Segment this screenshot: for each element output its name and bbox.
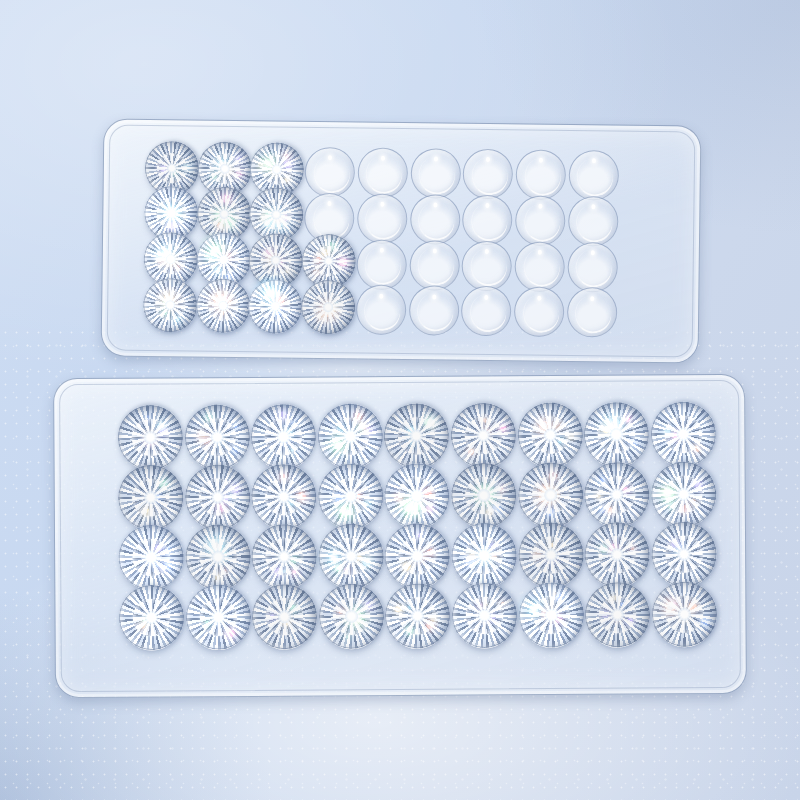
sparkle-fleck [554, 593, 562, 601]
empty-well-top-tray-r4-c8 [514, 287, 565, 338]
sparkle-fleck [364, 602, 372, 610]
sparkle-fleck [317, 313, 325, 321]
empty-well-top-tray-r1-c9 [568, 150, 619, 201]
rainbow-flash [162, 292, 175, 305]
sparkle-fleck [168, 222, 175, 229]
sparkle-fleck [693, 480, 704, 491]
rainbow-flash [475, 485, 495, 505]
sparkle-fleck [281, 215, 288, 222]
sparkle-fleck [328, 242, 337, 251]
sparkle-fleck [162, 297, 172, 307]
rainbow-flash [263, 157, 275, 169]
sparkle-fleck [600, 544, 610, 554]
sparkle-fleck [258, 161, 265, 168]
empty-well-top-tray-r2-c6 [409, 194, 460, 245]
sparkle-fleck [201, 435, 211, 445]
rainbow-flash [346, 609, 364, 627]
sparkle-fleck [671, 601, 676, 606]
sparkle-fleck [358, 425, 364, 431]
sparkle-fleck [666, 501, 675, 510]
sparkle-fleck [267, 255, 276, 264]
sparkle-fleck [227, 298, 232, 303]
sparkle-fleck [628, 618, 634, 624]
sparkle-fleck [605, 506, 614, 515]
filled-well-bottom-tray-r2-c6 [454, 468, 514, 528]
sparkle-fleck [229, 445, 238, 454]
rainbow-flash [209, 244, 220, 255]
sparkle-fleck [204, 620, 209, 625]
filled-well-bottom-tray-r3-c5 [387, 529, 447, 589]
rainbow-flash [215, 158, 227, 170]
sparkle-fleck [346, 611, 351, 616]
sparkle-fleck [220, 494, 228, 502]
sparkle-fleck [163, 561, 172, 570]
filled-well-bottom-tray-r3-c1 [121, 530, 181, 590]
sparkle-fleck [553, 614, 562, 623]
sparkle-fleck [290, 555, 300, 565]
sparkle-fleck [491, 503, 502, 514]
gem-bottom-tray-r4-c3 [242, 574, 327, 659]
filled-well-bottom-tray-r3-c8 [587, 527, 647, 587]
sparkle-fleck [427, 417, 437, 427]
sparkle-fleck [276, 167, 280, 171]
sparkle-fleck [226, 219, 234, 227]
sparkle-fleck [552, 592, 557, 597]
sparkle-fleck [270, 615, 275, 620]
sparkle-fleck [163, 547, 172, 556]
sparkle-fleck [485, 507, 495, 517]
sparkle-fleck [498, 424, 507, 433]
sparkle-fleck [548, 488, 558, 498]
filled-well-bottom-tray-r4-c5 [388, 589, 448, 649]
sparkle-fleck [409, 439, 416, 446]
sparkle-fleck [693, 445, 701, 453]
rainbow-flash [270, 212, 286, 228]
sparkle-fleck [284, 176, 291, 183]
filled-well-bottom-tray-r3-c3 [254, 530, 314, 590]
rainbow-flash [535, 487, 555, 507]
sparkle-fleck [271, 165, 280, 174]
sparkle-fleck [155, 563, 160, 568]
sparkle-fleck [140, 621, 146, 627]
rainbow-flash [218, 212, 229, 223]
sparkle-fleck [553, 421, 563, 431]
rainbow-flash [478, 550, 492, 564]
sparkle-fleck [611, 595, 618, 602]
sparkle-fleck [287, 498, 296, 507]
sparkle-fleck [158, 478, 169, 489]
sparkle-fleck [484, 428, 490, 434]
filled-well-bottom-tray-r1-c3 [253, 410, 313, 470]
sparkle-fleck [364, 426, 373, 435]
empty-well-top-tray-r2-c7 [462, 195, 513, 246]
sparkle-fleck [681, 615, 688, 622]
sparkle-fleck [540, 610, 547, 617]
sparkle-fleck [214, 623, 218, 627]
filled-well-bottom-tray-r1-c2 [187, 410, 247, 470]
sparkle-fleck [140, 624, 146, 630]
sparkle-fleck [414, 495, 422, 503]
sparkle-fleck [333, 564, 342, 573]
sparkle-fleck [292, 569, 298, 575]
sparkle-fleck [346, 635, 350, 639]
sparkle-fleck [599, 477, 606, 484]
filled-well-bottom-tray-r1-c4 [320, 409, 380, 469]
sparkle-fleck [338, 609, 343, 614]
sparkle-fleck [623, 486, 630, 493]
gem-bottom-tray-r4-c1 [108, 574, 195, 661]
rainbow-flash [527, 603, 539, 615]
empty-well-top-tray-r1-c7 [463, 149, 514, 200]
sparkle-fleck [273, 567, 284, 578]
empty-well-top-tray-r4-c6 [408, 285, 459, 336]
sparkle-fleck [394, 492, 405, 503]
sparkle-fleck [290, 420, 296, 426]
sparkle-fleck [212, 552, 218, 558]
sparkle-fleck [297, 491, 307, 501]
sparkle-fleck [362, 498, 372, 508]
sparkle-fleck [612, 426, 623, 437]
sparkle-fleck [214, 574, 221, 581]
sparkle-fleck [501, 602, 505, 606]
sparkle-fleck [225, 629, 235, 639]
sparkle-fleck [465, 556, 476, 567]
empty-well-top-tray-r4-c9 [566, 287, 617, 338]
sparkle-fleck [467, 551, 477, 561]
filled-well-bottom-tray-r2-c2 [187, 470, 247, 530]
empty-well-top-tray-r3-c6 [409, 240, 460, 291]
sparkle-fleck [146, 433, 155, 442]
sparkle-fleck [315, 257, 321, 263]
sparkle-fleck [700, 617, 709, 626]
sparkle-fleck [601, 610, 610, 619]
rainbow-flash [205, 535, 226, 556]
gem-tray-bottom [53, 374, 747, 698]
empty-well-top-tray-r4-c7 [461, 286, 512, 337]
sparkle-fleck [261, 214, 269, 222]
sparkle-fleck [279, 411, 288, 420]
sparkle-fleck [624, 416, 631, 423]
sparkle-fleck [355, 619, 361, 625]
gem-tray-top [101, 118, 702, 363]
sparkle-fleck [615, 615, 619, 619]
gem-bottom-tray-r4-c4 [310, 575, 394, 659]
sparkle-fleck [283, 153, 289, 159]
empty-well-top-tray-r2-c5 [357, 193, 408, 244]
sparkle-fleck [467, 447, 475, 455]
sparkle-fleck [415, 551, 425, 561]
rainbow-flash [161, 247, 172, 258]
sparkle-fleck [204, 413, 213, 422]
sparkle-fleck [196, 430, 207, 441]
sparkle-fleck [235, 170, 242, 177]
sparkle-fleck [176, 265, 180, 269]
sparkle-fleck [329, 299, 339, 309]
rainbow-flash [664, 600, 677, 613]
sparkle-fleck [221, 258, 225, 262]
sparkle-fleck [413, 501, 423, 511]
filled-well-top-tray-r4-c4 [304, 285, 353, 334]
sparkle-fleck [531, 550, 541, 560]
rainbow-flash [337, 503, 353, 519]
filled-well-bottom-tray-r1-c7 [520, 408, 580, 468]
sparkle-fleck [286, 269, 291, 274]
gem-bottom-tray-r4-c8 [579, 576, 657, 654]
sparkle-fleck [154, 544, 162, 552]
empty-well-top-tray-r1-c4 [305, 147, 356, 198]
sparkle-fleck [282, 435, 286, 439]
sparkle-fleck [328, 305, 336, 313]
sparkle-fleck [173, 212, 178, 217]
sparkle-fleck [549, 542, 554, 547]
rainbow-flash [326, 551, 340, 565]
filled-well-bottom-tray-r2-c1 [121, 470, 181, 530]
sparkle-fleck [159, 427, 168, 436]
sparkle-fleck [166, 254, 175, 263]
sparkle-fleck [278, 260, 283, 265]
sparkle-fleck [280, 473, 286, 479]
gem-bottom-tray-r4-c6 [444, 575, 525, 656]
rainbow-flash [262, 284, 280, 302]
sparkle-fleck [223, 297, 227, 301]
filled-well-bottom-tray-r2-c5 [387, 469, 447, 529]
sparkle-fleck [281, 435, 289, 443]
empty-well-top-tray-r3-c9 [567, 242, 618, 293]
sparkle-fleck [354, 493, 361, 500]
sparkle-fleck [489, 614, 496, 621]
filled-well-bottom-tray-r4-c9 [654, 587, 714, 647]
filled-well-bottom-tray-r1-c9 [653, 407, 713, 467]
filled-well-bottom-tray-r3-c6 [454, 528, 514, 588]
sparkle-fleck [406, 425, 417, 436]
sparkle-fleck [168, 296, 172, 300]
sparkle-fleck [169, 168, 177, 176]
rainbow-flash [165, 206, 178, 219]
sparkle-fleck [546, 490, 555, 499]
sparkle-fleck [405, 626, 414, 635]
sparkle-fleck [424, 419, 432, 427]
sparkle-fleck [423, 488, 433, 498]
sparkle-fleck [365, 557, 371, 563]
sparkle-fleck [608, 542, 618, 552]
rainbow-flash [603, 415, 624, 436]
sparkle-fleck [222, 195, 230, 203]
sparkle-fleck [275, 296, 285, 306]
sparkle-fleck [214, 267, 221, 274]
sparkle-fleck [595, 493, 602, 500]
empty-well-top-tray-r2-c8 [515, 195, 566, 246]
filled-well-bottom-tray-r2-c3 [254, 470, 314, 530]
sparkle-fleck [152, 493, 161, 502]
sparkle-fleck [674, 547, 683, 556]
filled-well-bottom-tray-r2-c4 [320, 469, 380, 529]
sparkle-fleck [598, 505, 606, 513]
sparkle-fleck [146, 554, 155, 563]
sparkle-fleck [157, 256, 165, 264]
sparkle-fleck [395, 605, 403, 613]
sparkle-fleck [235, 156, 241, 162]
sparkle-fleck [497, 486, 504, 493]
filled-well-bottom-tray-r3-c9 [654, 527, 714, 587]
empty-well-top-tray-r1-c6 [410, 148, 461, 199]
sparkle-fleck [270, 301, 280, 311]
sparkle-fleck [218, 556, 224, 562]
sparkle-fleck [680, 503, 690, 513]
filled-well-bottom-tray-r4-c2 [188, 590, 248, 650]
sparkle-fleck [480, 487, 490, 497]
sparkle-fleck [670, 539, 680, 549]
sparkle-fleck [631, 439, 639, 447]
sparkle-fleck [566, 432, 574, 440]
sparkle-fleck [265, 212, 271, 218]
filled-well-bottom-tray-r3-c7 [521, 528, 581, 588]
filled-well-top-tray-r4-c3 [251, 285, 300, 334]
sparkle-fleck [663, 489, 668, 494]
filled-well-bottom-tray-r1-c6 [453, 408, 513, 468]
sparkle-fleck [173, 315, 181, 323]
sparkle-fleck [216, 503, 226, 513]
sparkle-fleck [290, 449, 294, 453]
sparkle-fleck [141, 508, 152, 519]
sparkle-fleck [166, 257, 174, 265]
sparkle-fleck [602, 425, 612, 435]
sparkle-fleck [430, 615, 437, 622]
sparkle-fleck [427, 417, 436, 426]
gem-bottom-tray-r4-c5 [377, 575, 459, 657]
sparkle-fleck [335, 424, 345, 434]
filled-well-top-tray-r4-c2 [199, 284, 248, 333]
sparkle-fleck [549, 602, 553, 606]
sparkle-fleck [541, 421, 545, 425]
gem-top-tray-r4-c4 [292, 271, 365, 344]
sparkle-fleck [222, 569, 227, 574]
rainbow-flash [536, 419, 551, 434]
sparkle-fleck [160, 165, 168, 173]
filled-well-bottom-tray-r4-c4 [321, 589, 381, 649]
sparkle-fleck [284, 428, 293, 437]
sparkle-fleck [221, 165, 230, 174]
sparkle-fleck [484, 602, 488, 606]
sparkle-fleck [478, 603, 482, 607]
gem-bottom-tray-r4-c9 [646, 576, 723, 653]
sparkle-fleck [545, 488, 555, 498]
sparkle-fleck [354, 413, 363, 422]
sparkle-fleck [204, 253, 210, 259]
sparkle-fleck [426, 621, 435, 630]
rainbow-flash [331, 438, 345, 452]
sparkle-fleck [281, 554, 286, 559]
sparkle-fleck [670, 432, 678, 440]
sparkle-fleck [225, 252, 232, 259]
filled-well-bottom-tray-r2-c8 [587, 467, 647, 527]
sparkle-fleck [487, 492, 493, 498]
sparkle-fleck [407, 605, 412, 610]
rainbow-flash [210, 291, 228, 309]
sparkle-fleck [166, 210, 174, 218]
sparkle-fleck [495, 485, 501, 491]
sparkle-fleck [488, 543, 495, 550]
sparkle-fleck [215, 213, 220, 218]
sparkle-fleck [224, 167, 230, 173]
sparkle-fleck [218, 550, 226, 558]
sparkle-fleck [545, 508, 555, 518]
filled-well-bottom-tray-r1-c1 [120, 410, 180, 470]
sparkle-fleck [169, 224, 173, 228]
sparkle-fleck [283, 160, 293, 170]
rainbow-flash [319, 302, 337, 320]
empty-well-top-tray-r4-c5 [356, 285, 407, 336]
filled-well-bottom-tray-r1-c8 [586, 407, 646, 467]
sparkle-fleck [160, 565, 165, 570]
sparkle-fleck [312, 269, 320, 277]
sparkle-fleck [675, 542, 685, 552]
filled-well-bottom-tray-r4-c8 [588, 587, 648, 647]
empty-well-top-tray-r3-c7 [462, 240, 513, 291]
empty-well-top-tray-r1-c8 [515, 149, 566, 200]
filled-well-bottom-tray-r4-c1 [121, 590, 181, 650]
empty-well-top-tray-r1-c5 [357, 147, 408, 198]
sparkle-fleck [145, 415, 151, 421]
sparkle-fleck [144, 508, 149, 513]
sparkle-fleck [687, 602, 696, 611]
rainbow-flash [401, 497, 421, 517]
sparkle-fleck [221, 311, 225, 315]
sparkle-fleck [145, 438, 151, 444]
sparkle-fleck [557, 438, 563, 444]
sparkle-fleck [142, 618, 148, 624]
empty-well-top-tray-r3-c5 [356, 239, 407, 290]
sparkle-fleck [156, 252, 164, 260]
sparkle-fleck [354, 554, 362, 562]
sparkle-fleck [482, 417, 488, 423]
filled-well-bottom-tray-r2-c9 [653, 467, 713, 527]
sparkle-fleck [351, 615, 358, 622]
sparkle-fleck [215, 436, 221, 442]
sparkle-fleck [490, 553, 497, 560]
sparkle-fleck [265, 220, 272, 227]
sparkle-fleck [417, 613, 422, 618]
filled-well-bottom-tray-r4-c3 [255, 590, 315, 650]
sparkle-fleck [334, 493, 345, 504]
filled-well-bottom-tray-r3-c4 [321, 529, 381, 589]
empty-well-top-tray-r2-c9 [568, 196, 619, 247]
sparkle-fleck [274, 307, 283, 316]
filled-well-bottom-tray-r3-c2 [188, 530, 248, 590]
sparkle-fleck [360, 424, 366, 430]
sparkle-fleck [183, 163, 191, 171]
sparkle-fleck [419, 491, 424, 496]
sparkle-fleck [282, 618, 291, 627]
sparkle-fleck [211, 174, 217, 180]
sparkle-fleck [147, 438, 155, 446]
filled-well-top-tray-r4-c1 [146, 283, 195, 332]
rainbow-flash [660, 485, 676, 501]
gem-bottom-tray-r4-c2 [175, 574, 261, 660]
sparkle-fleck [282, 570, 286, 574]
empty-well-top-tray-r3-c8 [514, 241, 565, 292]
sparkle-fleck [361, 557, 372, 568]
sparkle-fleck [630, 545, 636, 551]
sparkle-fleck [343, 568, 347, 572]
sparkle-fleck [162, 310, 168, 316]
filled-well-bottom-tray-r1-c5 [387, 409, 447, 469]
sparkle-fleck [540, 484, 551, 495]
filled-well-bottom-tray-r2-c7 [520, 468, 580, 528]
sparkle-fleck [482, 613, 488, 619]
sparkle-fleck [338, 258, 347, 267]
sparkle-fleck [548, 555, 556, 563]
sparkle-fleck [321, 248, 329, 256]
